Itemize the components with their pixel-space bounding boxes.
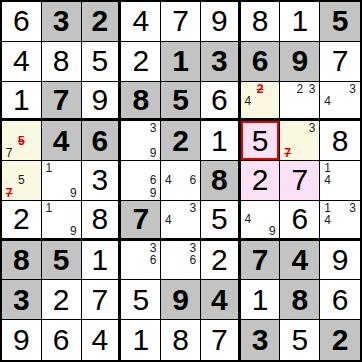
cell-r9c1[interactable]: 9: [2, 320, 42, 360]
given-digit: 7: [252, 245, 269, 275]
cell-r7c7[interactable]: 7: [241, 241, 281, 281]
cell-r2c1[interactable]: 4: [2, 42, 42, 82]
cell-r8c1[interactable]: 3: [2, 280, 42, 320]
cell-r1c6[interactable]: 9: [201, 2, 241, 42]
cell-r2c8[interactable]: 9: [280, 42, 320, 82]
cell-r5c5[interactable]: 46: [161, 161, 201, 201]
cell-r6c3[interactable]: 8: [82, 201, 122, 241]
given-digit: 8: [132, 85, 149, 115]
pencil-marks: 19: [43, 202, 80, 237]
pencil-marks: 23: [281, 83, 318, 118]
solved-digit: 5: [92, 46, 109, 76]
solved-digit: 6: [291, 204, 308, 234]
given-digit: 6: [252, 46, 269, 76]
given-digit: 7: [132, 204, 149, 234]
cell-r9c4[interactable]: 1: [121, 320, 161, 360]
given-digit: 2: [172, 126, 189, 156]
cell-r5c4[interactable]: 69: [121, 161, 161, 201]
cell-r7c3[interactable]: 1: [82, 241, 122, 281]
cell-r6c1[interactable]: 2: [2, 201, 42, 241]
cell-r3c8[interactable]: 23: [280, 82, 320, 122]
cell-r4c8[interactable]: 37: [280, 121, 320, 161]
given-digit: 5: [53, 245, 70, 275]
candidate: 1: [43, 202, 55, 214]
cell-r8c7[interactable]: 1: [241, 280, 281, 320]
eliminated-candidate: 7: [3, 187, 15, 199]
cell-r5c2[interactable]: 19: [42, 161, 82, 201]
cell-r6c9[interactable]: 134: [320, 201, 360, 241]
cell-r9c5[interactable]: 8: [161, 320, 201, 360]
solved-digit: 7: [92, 285, 109, 315]
solved-digit: 2: [13, 204, 30, 234]
cell-r5c9[interactable]: 14: [320, 161, 360, 201]
cell-r5c7[interactable]: 2: [241, 161, 281, 201]
candidate: 7: [3, 147, 15, 159]
solved-digit: 2: [53, 285, 70, 315]
given-digit: 6: [92, 126, 109, 156]
cell-r9c9[interactable]: 2: [320, 320, 360, 360]
solved-digit: 1: [132, 325, 149, 355]
solved-digit: 8: [332, 126, 349, 156]
candidate: 9: [147, 147, 159, 159]
pencil-marks: 19: [43, 162, 80, 199]
solved-digit: 7: [172, 6, 189, 36]
cell-r1c7[interactable]: 8: [241, 2, 281, 42]
pencil-marks: 14: [321, 162, 359, 199]
pencil-marks: 39: [122, 122, 159, 159]
cell-r6c7[interactable]: 49: [241, 201, 281, 241]
pencil-marks: 57: [3, 122, 40, 159]
cell-r6c5[interactable]: 34: [161, 201, 201, 241]
pencil-marks: 24: [242, 83, 279, 118]
candidate: 4: [162, 174, 174, 186]
given-digit: 1: [172, 46, 189, 76]
cell-r8c3[interactable]: 7: [82, 280, 122, 320]
candidate: 9: [67, 225, 79, 237]
candidate: 4: [321, 174, 334, 186]
eliminated-candidate: 7: [281, 147, 293, 159]
solved-digit: 4: [132, 6, 149, 36]
cell-r7c1[interactable]: 8: [2, 241, 42, 281]
solved-digit: 2: [252, 165, 269, 195]
candidate: 9: [67, 187, 79, 199]
solved-digit: 8: [172, 325, 189, 355]
cell-r4c7[interactable]: 5: [241, 121, 281, 161]
cell-r3c7[interactable]: 24: [241, 82, 281, 122]
solved-digit: 9: [332, 245, 349, 275]
cell-r1c8[interactable]: 1: [280, 2, 320, 42]
solved-digit: 1: [211, 126, 228, 156]
cell-r4c5[interactable]: 2: [161, 121, 201, 161]
solved-digit: 6: [332, 285, 349, 315]
solved-digit: 5: [291, 325, 308, 355]
candidate: 6: [187, 174, 199, 186]
cell-r3c4[interactable]: 8: [121, 82, 161, 122]
given-digit: 4: [211, 285, 228, 315]
candidate: 4: [242, 213, 254, 225]
candidate: 6: [147, 174, 159, 186]
cell-r3c1[interactable]: 1: [2, 82, 42, 122]
candidate: 9: [147, 187, 159, 199]
cell-r6c2[interactable]: 19: [42, 201, 82, 241]
given-digit: 3: [13, 285, 30, 315]
sudoku-board: 6324798154852136971798562423345746392153…: [0, 0, 362, 362]
solved-digit: 6: [53, 325, 70, 355]
cell-r4c1[interactable]: 57: [2, 121, 42, 161]
candidate: 6: [147, 254, 159, 266]
cell-r2c2[interactable]: 8: [42, 42, 82, 82]
solved-digit: 2: [132, 46, 149, 76]
cell-r7c6[interactable]: 2: [201, 241, 241, 281]
candidate: 9: [266, 225, 278, 237]
cell-r2c3[interactable]: 5: [82, 42, 122, 82]
solved-digit: 1: [13, 85, 30, 115]
cell-r8c5[interactable]: 9: [161, 280, 201, 320]
solved-digit: 6: [13, 6, 30, 36]
sudoku-app: 6324798154852136971798562423345746392153…: [0, 0, 362, 362]
cell-r4c9[interactable]: 8: [320, 121, 360, 161]
candidate: 4: [242, 95, 254, 107]
given-digit: 3: [53, 6, 70, 36]
cell-r9c8[interactable]: 5: [280, 320, 320, 360]
cell-r3c3[interactable]: 9: [82, 82, 122, 122]
given-digit: 9: [172, 285, 189, 315]
given-digit: 5: [332, 6, 349, 36]
candidate: 3: [346, 202, 359, 214]
cell-r3c9[interactable]: 34: [320, 82, 360, 122]
candidate: 6: [187, 254, 199, 266]
pencil-marks: 36: [122, 242, 159, 279]
cell-r7c2[interactable]: 5: [42, 241, 82, 281]
given-digit: 3: [211, 46, 228, 76]
cell-r5c8[interactable]: 7: [280, 161, 320, 201]
cell-r4c2[interactable]: 4: [42, 121, 82, 161]
candidate: 4: [162, 214, 174, 226]
cell-r3c5[interactable]: 5: [161, 82, 201, 122]
solved-digit: 8: [53, 46, 70, 76]
pencil-marks: 37: [281, 122, 318, 159]
solved-digit: 5: [211, 204, 228, 234]
given-digit: 7: [53, 85, 70, 115]
solved-digit: 5: [132, 285, 149, 315]
solved-digit: 5: [252, 126, 269, 156]
cell-r7c4[interactable]: 36: [121, 241, 161, 281]
cell-r9c6[interactable]: 7: [201, 320, 241, 360]
cell-r1c4[interactable]: 4: [121, 2, 161, 42]
cell-r1c2[interactable]: 3: [42, 2, 82, 42]
solved-digit: 1: [252, 285, 269, 315]
cell-r1c1[interactable]: 6: [2, 2, 42, 42]
given-digit: 5: [172, 85, 189, 115]
candidate: 3: [306, 83, 318, 95]
cell-r8c9[interactable]: 6: [320, 280, 360, 320]
solved-digit: 6: [211, 85, 228, 115]
pencil-marks: 34: [321, 83, 359, 118]
given-digit: 9: [291, 46, 308, 76]
solved-digit: 9: [211, 6, 228, 36]
given-digit: 4: [53, 126, 70, 156]
solved-digit: 4: [92, 325, 109, 355]
pencil-marks: 69: [122, 162, 159, 199]
cell-r2c5[interactable]: 1: [161, 42, 201, 82]
cell-r7c5[interactable]: 36: [161, 241, 201, 281]
cell-r6c4[interactable]: 7: [121, 201, 161, 241]
solved-digit: 7: [332, 46, 349, 76]
candidate: 3: [147, 122, 159, 134]
cell-r1c5[interactable]: 7: [161, 2, 201, 42]
given-digit: 8: [13, 245, 30, 275]
cell-r4c4[interactable]: 39: [121, 121, 161, 161]
solved-digit: 1: [291, 6, 308, 36]
candidate: 5: [15, 174, 27, 186]
pencil-marks: 46: [162, 162, 199, 199]
cell-r8c4[interactable]: 5: [121, 280, 161, 320]
cell-r7c9[interactable]: 9: [320, 241, 360, 281]
candidate: 3: [306, 122, 318, 134]
solved-digit: 9: [13, 325, 30, 355]
cell-r5c6[interactable]: 8: [201, 161, 241, 201]
cell-r2c6[interactable]: 3: [201, 42, 241, 82]
given-digit: 3: [252, 325, 269, 355]
given-digit: 2: [332, 325, 349, 355]
candidate: 3: [187, 202, 199, 214]
cell-r5c3[interactable]: 3: [82, 161, 122, 201]
pencil-marks: 36: [162, 242, 199, 279]
cell-r5c1[interactable]: 57: [2, 161, 42, 201]
eliminated-candidate: 5: [15, 135, 27, 147]
candidate: 2: [294, 83, 306, 95]
solved-digit: 9: [92, 85, 109, 115]
solved-digit: 8: [92, 204, 109, 234]
cell-r3c6[interactable]: 6: [201, 82, 241, 122]
cell-r2c7[interactable]: 6: [241, 42, 281, 82]
cell-r7c8[interactable]: 4: [280, 241, 320, 281]
candidate: 4: [321, 214, 334, 226]
solved-digit: 3: [92, 165, 109, 195]
pencil-marks: 134: [321, 202, 359, 237]
given-digit: 4: [291, 245, 308, 275]
eliminated-candidate: 2: [254, 83, 266, 95]
pencil-marks: 34: [162, 202, 199, 237]
solved-digit: 1: [92, 245, 109, 275]
pencil-marks: 49: [242, 202, 279, 237]
solved-digit: 7: [291, 165, 308, 195]
cell-r6c8[interactable]: 6: [280, 201, 320, 241]
solved-digit: 2: [211, 245, 228, 275]
solved-digit: 4: [13, 46, 30, 76]
cell-r2c4[interactable]: 2: [121, 42, 161, 82]
cell-r8c8[interactable]: 8: [280, 280, 320, 320]
cell-r4c6[interactable]: 1: [201, 121, 241, 161]
cell-r3c2[interactable]: 7: [42, 82, 82, 122]
cell-r8c6[interactable]: 4: [201, 280, 241, 320]
cell-r2c9[interactable]: 7: [320, 42, 360, 82]
cell-r4c3[interactable]: 6: [82, 121, 122, 161]
given-digit: 8: [291, 285, 308, 315]
pencil-marks: 57: [3, 162, 40, 199]
cell-r1c9[interactable]: 5: [320, 2, 360, 42]
candidate: 4: [321, 95, 334, 107]
cell-r9c3[interactable]: 4: [82, 320, 122, 360]
given-digit: 8: [211, 165, 228, 195]
cell-r8c2[interactable]: 2: [42, 280, 82, 320]
cell-r1c3[interactable]: 2: [82, 2, 122, 42]
candidate: 1: [43, 162, 55, 174]
cell-r6c6[interactable]: 5: [201, 201, 241, 241]
candidate: 3: [346, 83, 359, 95]
solved-digit: 8: [252, 6, 269, 36]
cell-r9c2[interactable]: 6: [42, 320, 82, 360]
given-digit: 2: [92, 6, 109, 36]
solved-digit: 7: [211, 325, 228, 355]
cell-r9c7[interactable]: 3: [241, 320, 281, 360]
